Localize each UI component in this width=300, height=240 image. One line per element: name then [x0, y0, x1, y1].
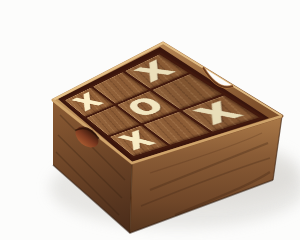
x-piece: X: [190, 99, 248, 128]
x-piece: X: [70, 90, 107, 113]
product-photo-scene: X X O X X: [0, 0, 300, 240]
